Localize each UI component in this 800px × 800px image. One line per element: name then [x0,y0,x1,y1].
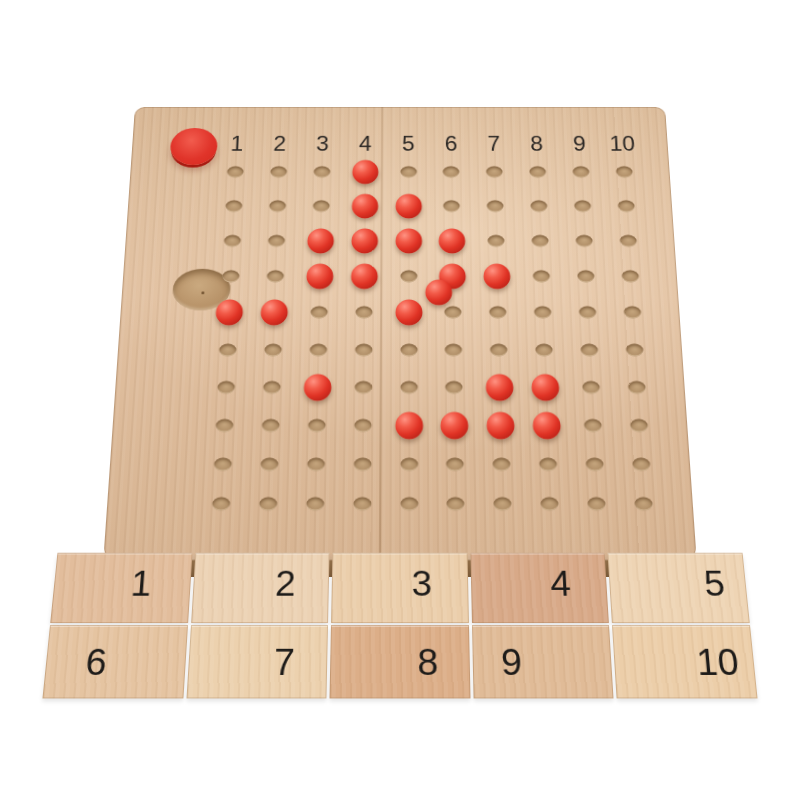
cell-r6c9 [566,331,613,368]
cell-r1c2 [257,155,301,189]
hole [580,343,598,356]
hole [488,235,505,247]
column-label: 6 [430,131,473,157]
tile-label: 6 [84,642,109,684]
hole [354,419,372,432]
cell-r1c3 [300,155,344,189]
cell-r4c8 [519,259,565,295]
cell-r5c9 [564,295,610,331]
cell-r9c5 [386,445,433,484]
tile-label: 4 [550,564,572,604]
loose-bead[interactable] [425,280,452,306]
bead[interactable] [352,194,378,218]
cell-r8c7 [477,406,524,445]
cell-r10c5 [385,484,432,524]
cell-r7c1 [203,368,250,406]
cell-r3c6 [430,224,474,259]
cell-r8c5 [386,406,432,445]
cell-r2c3 [299,189,343,224]
cell-r8c4 [340,406,386,445]
bead[interactable] [439,229,466,254]
hole [627,381,645,394]
cell-r2c9 [560,189,605,224]
tile-label: 2 [275,564,297,604]
cell-r5c5 [386,295,431,331]
cell-r7c6 [431,368,477,406]
tile-8[interactable]: 8 [330,625,471,698]
cell-r6c1 [205,331,252,368]
cell-r8c6 [432,406,478,445]
cell-r3c8 [518,224,563,259]
hole [535,343,553,356]
tile-9[interactable]: 9 [472,625,614,698]
hole [617,200,634,212]
hole [619,235,636,247]
cell-r9c2 [246,445,294,484]
cell-r10c1 [197,484,246,524]
cell-r8c3 [293,406,340,445]
column-label: 5 [387,131,430,157]
bead[interactable] [487,412,515,439]
cell-r8c8 [523,406,570,445]
column-label: 4 [344,131,387,157]
hole [623,307,641,319]
hole [261,458,279,471]
cell-r10c8 [525,484,573,524]
hole [267,271,284,283]
cell-r9c6 [432,445,479,484]
tile-6[interactable]: 6 [42,625,187,698]
hole [574,200,591,212]
cell-r3c10 [605,224,651,259]
hole [400,271,417,283]
hole [446,458,464,471]
cell-r4c2 [253,259,298,295]
cell-r3c5 [386,224,430,259]
hole [269,200,286,212]
tile-label: 9 [501,642,523,684]
hole [443,166,460,178]
hole [308,419,326,432]
cell-r4c5 [386,259,431,295]
bead-grid [197,155,668,524]
cell-r1c7 [473,155,517,189]
hole [314,166,331,178]
board-scene: 12345678910 [120,86,680,556]
tile-5[interactable]: 5 [608,553,750,623]
hole [226,200,243,212]
cell-r6c3 [295,331,341,368]
hole [268,235,285,247]
cell-r2c2 [255,189,300,224]
cell-r10c6 [432,484,479,524]
cell-r10c3 [291,484,339,524]
tile-1[interactable]: 1 [50,553,192,623]
cell-r3c1 [210,224,255,259]
column-labels: 12345678910 [215,131,645,157]
hole [270,166,287,178]
hole [630,419,648,432]
hole [259,497,277,511]
hole [400,343,417,356]
cell-r8c2 [247,406,294,445]
hole [310,343,327,356]
cell-r7c8 [522,368,569,406]
hole [355,307,372,319]
cell-r6c6 [431,331,477,368]
hole [621,271,639,283]
cell-r5c8 [520,295,566,331]
bead[interactable] [483,264,510,289]
hole [530,200,547,212]
bead[interactable] [216,300,244,326]
cell-r2c1 [212,189,257,224]
cell-r2c7 [473,189,517,224]
hole [216,419,234,432]
hole [577,271,594,283]
cell-r3c9 [561,224,607,259]
bead[interactable] [531,374,559,401]
hole [218,381,236,394]
bead[interactable] [306,264,333,289]
cell-r9c8 [524,445,572,484]
cell-r1c8 [516,155,560,189]
hole [579,307,597,319]
bead[interactable] [441,412,469,439]
cell-r2c8 [517,189,562,224]
column-label: 3 [301,131,344,157]
tile-label: 3 [411,564,432,604]
hole [354,381,371,394]
cell-r7c7 [477,368,523,406]
cell-r3c4 [342,224,386,259]
bead[interactable] [532,412,561,439]
hole [539,458,557,471]
hole [400,381,417,394]
cell-r1c9 [559,155,604,189]
tile-10[interactable]: 10 [612,625,757,698]
cell-r7c9 [567,368,614,406]
hole [494,497,512,511]
column-label: 8 [515,131,559,157]
bead[interactable] [395,194,421,218]
cell-r4c7 [475,259,520,295]
tile-3[interactable]: 3 [331,553,469,623]
cell-r6c2 [250,331,296,368]
hole [219,343,237,356]
cell-r8c1 [201,406,249,445]
number-tiles: 12345 678910 [42,553,758,701]
hole [445,343,462,356]
hole [585,458,603,471]
cell-r2c6 [430,189,474,224]
hole [534,307,551,319]
hole [212,497,230,511]
hole [540,497,558,511]
hole [444,200,461,212]
multiplication-board: 12345678910 [103,107,696,560]
hole [313,200,330,212]
hole [532,235,549,247]
cell-r10c2 [244,484,292,524]
bead[interactable] [395,412,423,439]
cell-r6c8 [521,331,567,368]
hole [634,497,653,511]
tile-7[interactable]: 7 [186,625,328,698]
hole [615,166,632,178]
bead[interactable] [351,229,378,254]
cell-r9c7 [478,445,525,484]
column-label: 7 [472,131,515,157]
hole [353,497,371,511]
hole [445,307,462,319]
cell-r7c10 [613,368,661,406]
cell-r3c7 [474,224,519,259]
cell-r1c6 [430,155,474,189]
tile-label: 5 [702,564,726,604]
column-label: 10 [600,131,644,157]
bead[interactable] [351,264,378,289]
hole [529,166,546,178]
tile-label: 8 [417,642,438,684]
cell-r1c5 [387,155,430,189]
cell-r7c4 [340,368,386,406]
cell-r2c10 [603,189,649,224]
cell-r4c3 [297,259,342,295]
cell-r8c9 [569,406,617,445]
tile-row-2: 678910 [42,625,757,698]
cell-r10c10 [619,484,668,524]
cell-r7c2 [249,368,296,406]
cell-r10c7 [479,484,527,524]
cell-r5c4 [341,295,386,331]
cell-r4c4 [342,259,387,295]
cell-r9c3 [292,445,339,484]
tile-row-1: 12345 [50,553,750,623]
cell-r1c4 [343,155,386,189]
cell-r5c10 [609,295,656,331]
cell-r10c9 [572,484,621,524]
hole [489,307,506,319]
bead[interactable] [395,229,422,254]
hole [575,235,592,247]
hole [533,271,550,283]
hole [263,381,281,394]
cell-r9c10 [617,445,666,484]
hole [400,497,418,511]
column-label: 9 [558,131,602,157]
bead[interactable] [304,374,332,401]
bead[interactable] [352,160,378,184]
cell-r4c1 [208,259,254,295]
cell-r10c4 [338,484,385,524]
hole [493,458,511,471]
cell-r6c5 [386,331,431,368]
cell-r3c3 [298,224,343,259]
hole [572,166,589,178]
bead[interactable] [486,374,514,401]
cell-r2c4 [343,189,387,224]
hole [355,343,372,356]
hole [306,497,324,511]
cell-r1c10 [601,155,646,189]
hole [354,458,372,471]
cell-r5c3 [296,295,341,331]
hole [582,381,600,394]
bead[interactable] [307,229,334,254]
hole [400,166,416,178]
cell-r9c9 [570,445,618,484]
tile-4[interactable]: 4 [470,553,609,623]
cell-r4c9 [563,259,609,295]
hole [446,381,463,394]
bead[interactable] [395,300,422,326]
page: 12345678910 12345 678910 [0,0,800,800]
cell-r3c2 [254,224,299,259]
tile-label: 7 [273,642,295,684]
cell-r6c7 [476,331,522,368]
hole [587,497,605,511]
cell-r5c7 [475,295,521,331]
tile-label: 1 [129,564,152,604]
hole [584,419,602,432]
hole [223,271,240,283]
hole [632,458,650,471]
hole [490,343,507,356]
cell-r7c3 [294,368,340,406]
hole [487,200,504,212]
red-marker-disc[interactable] [169,128,218,165]
cell-r8c10 [615,406,663,445]
hole [311,307,328,319]
hole [227,166,244,178]
hole [447,497,465,511]
cell-r6c10 [611,331,658,368]
tile-2[interactable]: 2 [191,553,330,623]
cell-r6c4 [341,331,386,368]
hole [224,235,241,247]
cell-r5c2 [251,295,297,331]
hole [400,458,418,471]
cell-r7c5 [386,368,432,406]
column-label: 2 [258,131,302,157]
hole [486,166,503,178]
bead[interactable] [261,300,289,326]
tile-label: 10 [695,642,741,684]
hole [265,343,283,356]
column-label: 1 [215,131,259,157]
hole [625,343,643,356]
hole [307,458,325,471]
cell-r1c1 [213,155,258,189]
cell-r4c10 [607,259,653,295]
hole [262,419,280,432]
cell-r5c1 [207,295,253,331]
hole [214,458,232,471]
cell-r9c1 [199,445,247,484]
cell-r9c4 [339,445,386,484]
cell-r2c5 [387,189,431,224]
